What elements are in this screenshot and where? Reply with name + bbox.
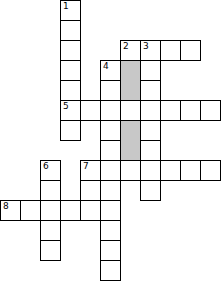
clue-number: 7 — [81, 161, 100, 171]
clue-number: 5 — [61, 101, 80, 111]
clue-number: 2 — [121, 41, 140, 51]
grid-cell-r5c8[interactable] — [160, 100, 181, 121]
grid-cell-r8c5[interactable] — [100, 160, 121, 181]
grid-cell-r5c6[interactable] — [120, 100, 141, 121]
grid-cell-r5c4[interactable] — [80, 100, 101, 121]
grid-cell-r4c5[interactable] — [100, 80, 121, 101]
grid-cell-r9c4[interactable] — [80, 180, 101, 201]
clue-number: 1 — [61, 1, 80, 11]
grid-cell-r10c5[interactable] — [100, 200, 121, 221]
grid-cell-r5c7[interactable] — [140, 100, 161, 121]
grid-cell-r9c5[interactable] — [100, 180, 121, 201]
shaded-block[interactable] — [120, 120, 141, 161]
grid-cell-r9c2[interactable] — [40, 180, 61, 201]
clue-number: 6 — [41, 161, 60, 171]
grid-cell-r8c4[interactable]: 7 — [80, 160, 101, 181]
grid-cell-r2c6[interactable]: 2 — [120, 40, 141, 61]
grid-cell-r2c7[interactable]: 3 — [140, 40, 161, 61]
grid-cell-r6c3[interactable] — [60, 120, 81, 141]
grid-cell-r5c9[interactable] — [180, 100, 201, 121]
grid-cell-r6c7[interactable] — [140, 120, 161, 141]
grid-cell-r2c8[interactable] — [160, 40, 181, 61]
grid-cell-r8c7[interactable] — [140, 160, 161, 181]
grid-cell-r5c5[interactable] — [100, 100, 121, 121]
grid-cell-r2c9[interactable] — [180, 40, 201, 61]
grid-cell-r10c2[interactable] — [40, 200, 61, 221]
grid-cell-r12c2[interactable] — [40, 240, 61, 261]
grid-cell-r8c2[interactable]: 6 — [40, 160, 61, 181]
grid-cell-r3c5[interactable]: 4 — [100, 60, 121, 81]
grid-cell-r8c6[interactable] — [120, 160, 141, 181]
grid-cell-r4c3[interactable] — [60, 80, 81, 101]
grid-cell-r7c5[interactable] — [100, 140, 121, 161]
grid-cell-r3c7[interactable] — [140, 60, 161, 81]
grid-cell-r5c3[interactable]: 5 — [60, 100, 81, 121]
grid-cell-r8c10[interactable] — [200, 160, 221, 181]
grid-cell-r9c7[interactable] — [140, 180, 161, 201]
grid-cell-r10c4[interactable] — [80, 200, 101, 221]
grid-cell-r4c7[interactable] — [140, 80, 161, 101]
grid-cell-r1c3[interactable] — [60, 20, 81, 41]
grid-cell-r10c1[interactable] — [20, 200, 41, 221]
shaded-block[interactable] — [120, 60, 141, 101]
crossword-puzzle-image: 12345678 — [0, 0, 221, 281]
grid-cell-r8c9[interactable] — [180, 160, 201, 181]
grid-cell-r10c3[interactable] — [60, 200, 81, 221]
grid-cell-r11c2[interactable] — [40, 220, 61, 241]
grid-cell-r12c5[interactable] — [100, 240, 121, 261]
grid-cell-r5c10[interactable] — [200, 100, 221, 121]
clue-number: 4 — [101, 61, 120, 71]
clue-number: 3 — [141, 41, 160, 51]
grid-cell-r3c3[interactable] — [60, 60, 81, 81]
grid-cell-r2c3[interactable] — [60, 40, 81, 61]
grid-cell-r0c3[interactable]: 1 — [60, 0, 81, 21]
clue-number: 8 — [1, 201, 20, 211]
grid-cell-r7c7[interactable] — [140, 140, 161, 161]
grid-cell-r10c0[interactable]: 8 — [0, 200, 21, 221]
crossword-board: 12345678 — [0, 0, 221, 281]
grid-cell-r13c5[interactable] — [100, 260, 121, 281]
grid-cell-r11c5[interactable] — [100, 220, 121, 241]
grid-cell-r6c5[interactable] — [100, 120, 121, 141]
grid-cell-r8c8[interactable] — [160, 160, 181, 181]
